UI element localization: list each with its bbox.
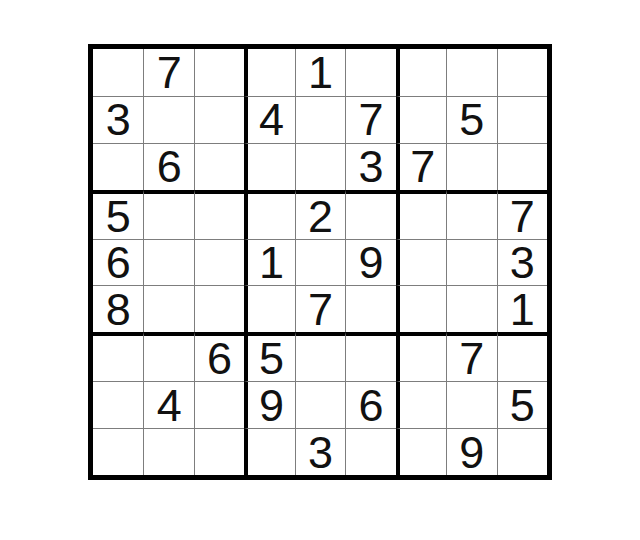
given-digit: 6: [207, 336, 232, 381]
cell-r9c9[interactable]: [497, 428, 547, 475]
cell-r6c2[interactable]: [143, 285, 193, 332]
cell-r9c1[interactable]: [93, 428, 143, 475]
cell-r9c5[interactable]: 3: [295, 428, 345, 475]
cell-r4c2[interactable]: [143, 190, 193, 239]
cell-r4c5[interactable]: 2: [295, 190, 345, 239]
cell-r4c1[interactable]: 5: [93, 190, 143, 239]
given-digit: 8: [106, 287, 131, 332]
cell-r4c9[interactable]: 7: [497, 190, 547, 239]
given-digit: 7: [358, 97, 383, 142]
cell-r5c7[interactable]: [396, 239, 446, 286]
cell-r7c1[interactable]: [93, 332, 143, 381]
given-digit: 5: [106, 194, 131, 239]
cell-r8c6[interactable]: 6: [345, 381, 395, 428]
cell-r3c1[interactable]: [93, 143, 143, 190]
cell-r2c9[interactable]: [497, 96, 547, 143]
cell-r2c7[interactable]: [396, 96, 446, 143]
cell-r5c9[interactable]: 3: [497, 239, 547, 286]
cell-r2c5[interactable]: [295, 96, 345, 143]
cell-r3c2[interactable]: 6: [143, 143, 193, 190]
cell-r7c3[interactable]: 6: [194, 332, 244, 381]
cell-r3c8[interactable]: [446, 143, 496, 190]
cell-r4c7[interactable]: [396, 190, 446, 239]
given-digit: 7: [459, 336, 484, 381]
given-digit: 7: [308, 287, 333, 332]
cell-r1c5[interactable]: 1: [295, 49, 345, 96]
cell-r6c8[interactable]: [446, 285, 496, 332]
given-digit: 1: [259, 240, 284, 285]
cell-r7c7[interactable]: [396, 332, 446, 381]
given-digit: 5: [259, 336, 284, 381]
given-digit: 9: [459, 430, 484, 475]
given-digit: 4: [157, 383, 182, 428]
given-digit: 5: [510, 383, 535, 428]
cell-r6c1[interactable]: 8: [93, 285, 143, 332]
cell-r1c4[interactable]: [244, 49, 294, 96]
cell-r5c4[interactable]: 1: [244, 239, 294, 286]
cell-r5c8[interactable]: [446, 239, 496, 286]
given-digit: 3: [106, 97, 131, 142]
cell-r7c4[interactable]: 5: [244, 332, 294, 381]
cell-r8c3[interactable]: [194, 381, 244, 428]
cell-r6c9[interactable]: 1: [497, 285, 547, 332]
cell-r8c4[interactable]: 9: [244, 381, 294, 428]
sudoku-board: 7134756375276193871657496539: [88, 44, 552, 480]
cell-r1c8[interactable]: [446, 49, 496, 96]
given-digit: 1: [510, 287, 535, 332]
given-digit: 7: [410, 144, 435, 189]
cell-r3c4[interactable]: [244, 143, 294, 190]
cell-r6c6[interactable]: [345, 285, 395, 332]
given-digit: 3: [308, 430, 333, 475]
cell-r3c9[interactable]: [497, 143, 547, 190]
given-digit: 1: [308, 50, 333, 95]
given-digit: 9: [259, 383, 284, 428]
given-digit: 2: [308, 194, 333, 239]
cell-r4c3[interactable]: [194, 190, 244, 239]
cell-r8c8[interactable]: [446, 381, 496, 428]
given-digit: 4: [259, 97, 284, 142]
cell-r2c4[interactable]: 4: [244, 96, 294, 143]
cell-r9c4[interactable]: [244, 428, 294, 475]
cell-r9c8[interactable]: 9: [446, 428, 496, 475]
cell-r7c5[interactable]: [295, 332, 345, 381]
cell-r6c5[interactable]: 7: [295, 285, 345, 332]
cell-r4c8[interactable]: [446, 190, 496, 239]
cell-r7c8[interactable]: 7: [446, 332, 496, 381]
cell-r1c1[interactable]: [93, 49, 143, 96]
cell-r3c3[interactable]: [194, 143, 244, 190]
cell-r5c6[interactable]: 9: [345, 239, 395, 286]
cell-r8c1[interactable]: [93, 381, 143, 428]
cell-r8c5[interactable]: [295, 381, 345, 428]
cell-r1c2[interactable]: 7: [143, 49, 193, 96]
given-digit: 9: [358, 240, 383, 285]
cell-r9c3[interactable]: [194, 428, 244, 475]
given-digit: 3: [358, 144, 383, 189]
cell-r8c2[interactable]: 4: [143, 381, 193, 428]
given-digit: 7: [157, 50, 182, 95]
cell-r1c3[interactable]: [194, 49, 244, 96]
cell-r3c5[interactable]: [295, 143, 345, 190]
cell-r2c8[interactable]: 5: [446, 96, 496, 143]
cell-r4c4[interactable]: [244, 190, 294, 239]
cell-r8c7[interactable]: [396, 381, 446, 428]
given-digit: 6: [157, 144, 182, 189]
cell-r6c7[interactable]: [396, 285, 446, 332]
cell-r6c4[interactable]: [244, 285, 294, 332]
cell-r2c3[interactable]: [194, 96, 244, 143]
cell-r2c6[interactable]: 7: [345, 96, 395, 143]
cell-r8c9[interactable]: 5: [497, 381, 547, 428]
cell-r3c6[interactable]: 3: [345, 143, 395, 190]
cell-r9c6[interactable]: [345, 428, 395, 475]
cell-r5c2[interactable]: [143, 239, 193, 286]
given-digit: 6: [106, 240, 131, 285]
cell-r5c1[interactable]: 6: [93, 239, 143, 286]
cell-r6c3[interactable]: [194, 285, 244, 332]
sudoku-page: 7134756375276193871657496539: [0, 0, 640, 540]
cell-r3c7[interactable]: 7: [396, 143, 446, 190]
given-digit: 7: [510, 194, 535, 239]
cell-r2c2[interactable]: [143, 96, 193, 143]
cell-r9c7[interactable]: [396, 428, 446, 475]
given-digit: 6: [358, 383, 383, 428]
cell-r5c5[interactable]: [295, 239, 345, 286]
given-digit: 5: [459, 97, 484, 142]
cell-r9c2[interactable]: [143, 428, 193, 475]
given-digit: 3: [510, 240, 535, 285]
cell-r1c7[interactable]: [396, 49, 446, 96]
cell-r1c9[interactable]: [497, 49, 547, 96]
cell-r5c3[interactable]: [194, 239, 244, 286]
cell-r1c6[interactable]: [345, 49, 395, 96]
cell-r7c6[interactable]: [345, 332, 395, 381]
cell-r2c1[interactable]: 3: [93, 96, 143, 143]
cell-r7c2[interactable]: [143, 332, 193, 381]
cell-r7c9[interactable]: [497, 332, 547, 381]
cell-r4c6[interactable]: [345, 190, 395, 239]
